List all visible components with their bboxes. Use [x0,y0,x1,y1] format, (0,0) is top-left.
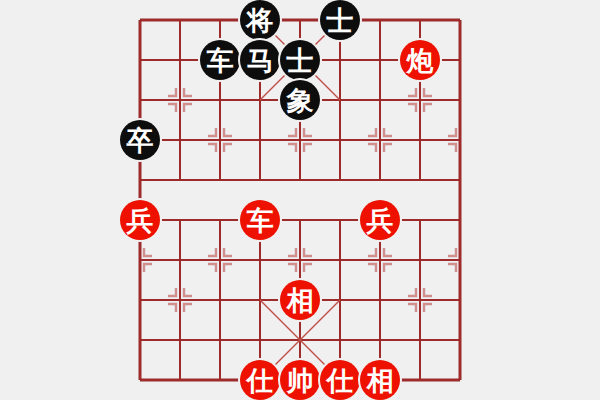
piece-red-soldier-2[interactable]: 兵 [360,200,400,240]
xiangqi-app: 将士车马士象卒炮兵车兵相仕帅仕相 [0,0,600,400]
xiangqi-board: 将士车马士象卒炮兵车兵相仕帅仕相 [120,0,480,400]
piece-red-advisor-1[interactable]: 仕 [240,360,280,400]
piece-black-horse[interactable]: 马 [240,40,280,80]
piece-black-general[interactable]: 将 [240,0,280,40]
piece-black-advisor-1[interactable]: 士 [320,0,360,40]
piece-black-chariot[interactable]: 车 [200,40,240,80]
piece-red-cannon[interactable]: 炮 [400,40,440,80]
piece-black-soldier[interactable]: 卒 [120,120,160,160]
piece-black-advisor-2[interactable]: 士 [280,40,320,80]
piece-black-elephant[interactable]: 象 [280,80,320,120]
piece-red-general[interactable]: 帅 [280,360,320,400]
piece-red-elephant-2[interactable]: 相 [360,360,400,400]
piece-red-elephant-1[interactable]: 相 [280,280,320,320]
piece-red-soldier-1[interactable]: 兵 [120,200,160,240]
piece-red-chariot[interactable]: 车 [240,200,280,240]
piece-red-advisor-2[interactable]: 仕 [320,360,360,400]
